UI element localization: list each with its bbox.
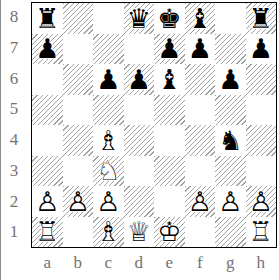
square-d6[interactable]: ♟♟ [124, 64, 155, 95]
square-b4[interactable] [63, 125, 94, 156]
square-f3[interactable] [185, 156, 216, 187]
black-rook-a8: ♜♜ [32, 3, 63, 34]
square-h8[interactable]: ♜♜ [246, 3, 277, 34]
black-pawn-c6: ♟♟ [93, 64, 124, 95]
file-label-c: c [93, 252, 124, 274]
square-g8[interactable] [215, 3, 246, 34]
square-d7[interactable] [124, 34, 155, 65]
black-pawn-g6: ♟♟ [215, 64, 246, 95]
square-c8[interactable] [93, 3, 124, 34]
white-rook-a1: ♜♖ [32, 217, 63, 248]
piece-glyph: ♙ [66, 188, 90, 215]
square-a1[interactable]: ♜♖ [32, 217, 63, 248]
file-label-h: h [246, 252, 277, 274]
black-king-e8: ♚♚ [154, 3, 185, 34]
white-pawn-h2: ♟♙ [246, 186, 277, 217]
white-bishop-c1: ♝♗ [93, 217, 124, 248]
square-f4[interactable] [185, 125, 216, 156]
square-g5[interactable] [215, 95, 246, 126]
piece-glyph: ♙ [96, 188, 120, 215]
square-g3[interactable] [215, 156, 246, 187]
white-bishop-c4: ♝♗ [93, 125, 124, 156]
piece-glyph: ♔ [157, 218, 181, 245]
square-a8[interactable]: ♜♜ [32, 3, 63, 34]
square-b3[interactable] [63, 156, 94, 187]
file-label-b: b [63, 252, 94, 274]
square-a2[interactable]: ♟♙ [32, 186, 63, 217]
square-h6[interactable] [246, 64, 277, 95]
square-h4[interactable] [246, 125, 277, 156]
file-label-d: d [124, 252, 155, 274]
rank-label-4: 4 [1, 125, 27, 156]
black-knight-g4: ♞♞ [215, 125, 246, 156]
square-h7[interactable]: ♟♟ [246, 34, 277, 65]
black-queen-d8: ♛♛ [124, 3, 155, 34]
piece-glyph: ♙ [218, 188, 242, 215]
piece-glyph: ♕ [127, 218, 151, 245]
square-d1[interactable]: ♛♕ [124, 217, 155, 248]
square-a7[interactable]: ♟♟ [32, 34, 63, 65]
piece-glyph: ♜ [35, 5, 59, 32]
square-d3[interactable] [124, 156, 155, 187]
piece-glyph: ♝ [188, 5, 212, 32]
square-d8[interactable]: ♛♛ [124, 3, 155, 34]
square-e7[interactable]: ♟♟ [154, 34, 185, 65]
piece-glyph: ♟ [249, 35, 273, 62]
square-h5[interactable] [246, 95, 277, 126]
square-f7[interactable]: ♟♟ [185, 34, 216, 65]
black-pawn-f7: ♟♟ [185, 34, 216, 65]
square-c7[interactable] [93, 34, 124, 65]
rank-label-8: 8 [1, 2, 27, 33]
white-king-e1: ♚♔ [154, 217, 185, 248]
square-c4[interactable]: ♝♗ [93, 125, 124, 156]
white-pawn-f2: ♟♙ [185, 186, 216, 217]
square-h3[interactable] [246, 156, 277, 187]
piece-glyph: ♚ [157, 5, 181, 32]
square-a6[interactable] [32, 64, 63, 95]
black-bishop-e6: ♝♝ [154, 64, 185, 95]
square-f6[interactable] [185, 64, 216, 95]
square-e5[interactable] [154, 95, 185, 126]
rank-label-7: 7 [1, 33, 27, 64]
piece-glyph: ♗ [96, 127, 120, 154]
piece-glyph: ♛ [127, 5, 151, 32]
rank-label-5: 5 [1, 94, 27, 125]
square-b5[interactable] [63, 95, 94, 126]
chess-board: ♜♜♛♛♚♚♝♝♜♜♟♟♟♟♟♟♟♟♟♟♟♟♝♝♟♟♝♗♞♞♞♘♟♙♟♙♟♙♟♙… [31, 2, 277, 248]
square-b7[interactable] [63, 34, 94, 65]
white-pawn-g2: ♟♙ [215, 186, 246, 217]
square-e2[interactable] [154, 186, 185, 217]
piece-glyph: ♟ [35, 35, 59, 62]
square-e4[interactable] [154, 125, 185, 156]
square-b6[interactable] [63, 64, 94, 95]
square-e1[interactable]: ♚♔ [154, 217, 185, 248]
square-g1[interactable] [215, 217, 246, 248]
square-e6[interactable]: ♝♝ [154, 64, 185, 95]
piece-glyph: ♙ [249, 188, 273, 215]
white-pawn-b2: ♟♙ [63, 186, 94, 217]
square-c1[interactable]: ♝♗ [93, 217, 124, 248]
black-pawn-d6: ♟♟ [124, 64, 155, 95]
piece-glyph: ♝ [157, 66, 181, 93]
piece-glyph: ♗ [96, 218, 120, 245]
piece-glyph: ♟ [218, 66, 242, 93]
square-f2[interactable]: ♟♙ [185, 186, 216, 217]
square-d4[interactable] [124, 125, 155, 156]
piece-glyph: ♞ [218, 127, 242, 154]
square-a3[interactable] [32, 156, 63, 187]
white-rook-h1: ♜♖ [246, 217, 277, 248]
square-f8[interactable]: ♝♝ [185, 3, 216, 34]
piece-glyph: ♙ [35, 188, 59, 215]
square-f5[interactable] [185, 95, 216, 126]
rank-label-6: 6 [1, 64, 27, 95]
square-g2[interactable]: ♟♙ [215, 186, 246, 217]
square-a4[interactable] [32, 125, 63, 156]
piece-glyph: ♟ [96, 66, 120, 93]
square-g6[interactable]: ♟♟ [215, 64, 246, 95]
square-g4[interactable]: ♞♞ [215, 125, 246, 156]
rank-label-2: 2 [1, 187, 27, 218]
white-pawn-a2: ♟♙ [32, 186, 63, 217]
white-knight-c3: ♞♘ [93, 156, 124, 187]
black-pawn-h7: ♟♟ [246, 34, 277, 65]
square-a5[interactable] [32, 95, 63, 126]
square-g7[interactable] [215, 34, 246, 65]
square-h1[interactable]: ♜♖ [246, 217, 277, 248]
white-pawn-c2: ♟♙ [93, 186, 124, 217]
black-bishop-f8: ♝♝ [185, 3, 216, 34]
piece-glyph: ♟ [127, 66, 151, 93]
square-h2[interactable]: ♟♙ [246, 186, 277, 217]
rank-label-1: 1 [1, 217, 27, 248]
square-e8[interactable]: ♚♚ [154, 3, 185, 34]
file-label-e: e [154, 252, 185, 274]
square-f1[interactable] [185, 217, 216, 248]
square-c3[interactable]: ♞♘ [93, 156, 124, 187]
rank-label-3: 3 [1, 156, 27, 187]
piece-glyph: ♟ [157, 35, 181, 62]
square-b1[interactable] [63, 217, 94, 248]
white-queen-d1: ♛♕ [124, 217, 155, 248]
file-label-g: g [215, 252, 246, 274]
square-b2[interactable]: ♟♙ [63, 186, 94, 217]
square-d5[interactable] [124, 95, 155, 126]
piece-glyph: ♖ [35, 218, 59, 245]
file-label-f: f [185, 252, 216, 274]
square-c6[interactable]: ♟♟ [93, 64, 124, 95]
square-e3[interactable] [154, 156, 185, 187]
black-pawn-a7: ♟♟ [32, 34, 63, 65]
chess-diagram: ♜♜♛♛♚♚♝♝♜♜♟♟♟♟♟♟♟♟♟♟♟♟♝♝♟♟♝♗♞♞♞♘♟♙♟♙♟♙♟♙… [0, 0, 279, 280]
square-b8[interactable] [63, 3, 94, 34]
square-d2[interactable] [124, 186, 155, 217]
piece-glyph: ♘ [96, 157, 120, 184]
square-c5[interactable] [93, 95, 124, 126]
piece-glyph: ♜ [249, 5, 273, 32]
black-pawn-e7: ♟♟ [154, 34, 185, 65]
square-c2[interactable]: ♟♙ [93, 186, 124, 217]
piece-glyph: ♖ [249, 218, 273, 245]
black-rook-h8: ♜♜ [246, 3, 277, 34]
file-label-a: a [32, 252, 63, 274]
piece-glyph: ♙ [188, 188, 212, 215]
piece-glyph: ♟ [188, 35, 212, 62]
